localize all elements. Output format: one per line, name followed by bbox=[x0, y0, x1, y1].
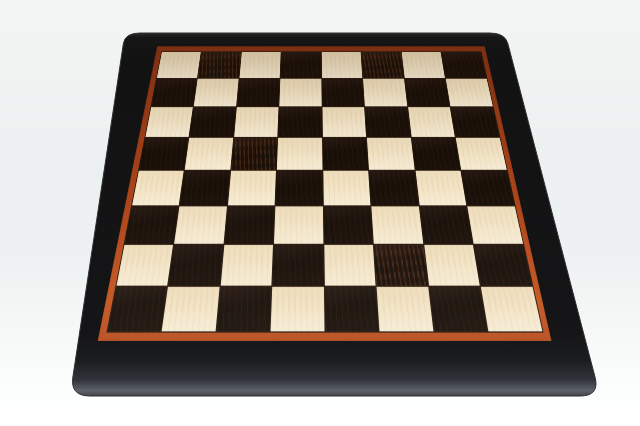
square-g5 bbox=[411, 137, 460, 169]
square-e2 bbox=[324, 244, 376, 285]
photo-backdrop bbox=[0, 0, 640, 426]
square-h4 bbox=[461, 170, 514, 205]
square-f4 bbox=[369, 170, 418, 205]
square-h8 bbox=[441, 52, 486, 78]
square-e6 bbox=[322, 107, 366, 137]
square-e5 bbox=[322, 137, 368, 169]
square-d6 bbox=[278, 107, 322, 137]
square-e4 bbox=[323, 170, 370, 205]
square-c3 bbox=[224, 206, 274, 243]
square-a2 bbox=[116, 244, 173, 285]
square-c2 bbox=[220, 244, 273, 285]
square-c7 bbox=[237, 78, 280, 106]
square-b1 bbox=[162, 286, 220, 330]
square-g7 bbox=[404, 78, 449, 106]
square-g4 bbox=[415, 170, 466, 205]
square-f2 bbox=[374, 244, 428, 285]
square-e8 bbox=[321, 52, 362, 78]
square-g3 bbox=[419, 206, 472, 243]
square-d1 bbox=[271, 286, 324, 330]
square-f1 bbox=[377, 286, 433, 330]
square-d7 bbox=[279, 78, 321, 106]
square-e3 bbox=[323, 206, 372, 243]
chessboard bbox=[98, 46, 552, 341]
square-g6 bbox=[408, 107, 455, 137]
square-d4 bbox=[275, 170, 322, 205]
square-f8 bbox=[361, 52, 403, 78]
square-e7 bbox=[322, 78, 364, 106]
square-c5 bbox=[231, 137, 277, 169]
square-b4 bbox=[180, 170, 230, 205]
square-h5 bbox=[456, 137, 507, 169]
square-h7 bbox=[446, 78, 493, 106]
square-g1 bbox=[429, 286, 488, 330]
square-a7 bbox=[151, 78, 197, 106]
square-b8 bbox=[198, 52, 241, 78]
square-a1 bbox=[107, 286, 167, 330]
square-h2 bbox=[474, 244, 532, 285]
square-a8 bbox=[157, 52, 201, 78]
square-g2 bbox=[424, 244, 480, 285]
square-b6 bbox=[189, 107, 235, 137]
square-f5 bbox=[367, 137, 414, 169]
square-f3 bbox=[371, 206, 422, 243]
square-d3 bbox=[274, 206, 323, 243]
square-c1 bbox=[216, 286, 271, 330]
square-c4 bbox=[228, 170, 276, 205]
square-e1 bbox=[324, 286, 378, 330]
square-c8 bbox=[239, 52, 281, 78]
board-grid bbox=[106, 51, 543, 332]
square-f6 bbox=[365, 107, 410, 137]
square-f7 bbox=[363, 78, 407, 106]
square-a5 bbox=[139, 137, 189, 169]
square-d2 bbox=[272, 244, 323, 285]
square-h3 bbox=[467, 206, 522, 243]
square-h1 bbox=[481, 286, 542, 330]
square-b7 bbox=[194, 78, 239, 106]
square-c6 bbox=[234, 107, 279, 137]
square-g8 bbox=[401, 52, 445, 78]
square-d5 bbox=[277, 137, 322, 169]
square-h6 bbox=[450, 107, 499, 137]
square-b2 bbox=[168, 244, 223, 285]
square-a4 bbox=[132, 170, 184, 205]
square-a6 bbox=[145, 107, 193, 137]
square-b5 bbox=[185, 137, 233, 169]
square-a3 bbox=[124, 206, 178, 243]
square-d8 bbox=[280, 52, 321, 78]
square-b3 bbox=[174, 206, 226, 243]
